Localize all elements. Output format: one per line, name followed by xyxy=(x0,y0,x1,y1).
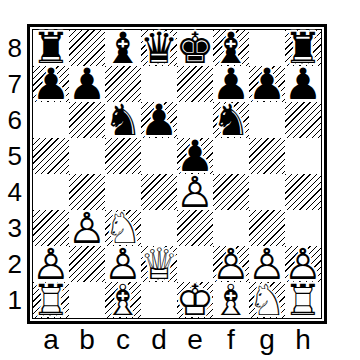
piece-black-knight: ♞ xyxy=(105,102,141,138)
file-label-g: g xyxy=(249,323,285,357)
rank-label-6: 6 xyxy=(0,102,22,138)
piece-halo: ♟ xyxy=(285,246,321,282)
square-g5[interactable] xyxy=(249,138,285,174)
square-b5[interactable] xyxy=(69,138,105,174)
piece-white-pawn: ♙ xyxy=(69,210,105,246)
file-label-a: a xyxy=(33,323,69,357)
square-f7[interactable]: ♟♟ xyxy=(213,66,249,102)
square-c8[interactable]: ♝♝ xyxy=(105,30,141,66)
piece-halo: ♟ xyxy=(141,102,177,138)
square-h5[interactable] xyxy=(285,138,321,174)
piece-halo: ♞ xyxy=(249,282,285,318)
piece-black-rook: ♜ xyxy=(285,30,321,66)
file-label-b: b xyxy=(69,323,105,357)
rank-label-1: 1 xyxy=(0,282,22,318)
rank-label-2: 2 xyxy=(0,246,22,282)
piece-white-pawn: ♙ xyxy=(33,246,69,282)
piece-halo: ♜ xyxy=(33,282,69,318)
square-d3[interactable] xyxy=(141,210,177,246)
piece-halo: ♟ xyxy=(177,174,213,210)
piece-white-bishop: ♗ xyxy=(213,282,249,318)
square-e4[interactable]: ♟♙ xyxy=(177,174,213,210)
file-labels: abcdefgh xyxy=(33,323,321,357)
piece-halo: ♜ xyxy=(33,30,69,66)
rank-label-4: 4 xyxy=(0,174,22,210)
square-b4[interactable] xyxy=(69,174,105,210)
piece-halo: ♝ xyxy=(213,30,249,66)
square-f6[interactable]: ♞♞ xyxy=(213,102,249,138)
square-c1[interactable]: ♝♗ xyxy=(105,282,141,318)
rank-label-7: 7 xyxy=(0,66,22,102)
square-b2[interactable] xyxy=(69,246,105,282)
piece-black-pawn: ♟ xyxy=(213,66,249,102)
rank-labels: 87654321 xyxy=(0,30,22,318)
piece-black-pawn: ♟ xyxy=(33,66,69,102)
piece-halo: ♜ xyxy=(285,30,321,66)
square-e8[interactable]: ♚♚ xyxy=(177,30,213,66)
file-label-f: f xyxy=(213,323,249,357)
square-a1[interactable]: ♜♖ xyxy=(33,282,69,318)
square-d5[interactable] xyxy=(141,138,177,174)
piece-halo: ♟ xyxy=(213,66,249,102)
piece-halo: ♝ xyxy=(213,282,249,318)
square-d6[interactable]: ♟♟ xyxy=(141,102,177,138)
piece-halo: ♝ xyxy=(105,30,141,66)
square-a5[interactable] xyxy=(33,138,69,174)
square-g1[interactable]: ♞♘ xyxy=(249,282,285,318)
square-f4[interactable] xyxy=(213,174,249,210)
piece-white-pawn: ♙ xyxy=(285,246,321,282)
square-e2[interactable] xyxy=(177,246,213,282)
piece-halo: ♝ xyxy=(105,282,141,318)
square-d2[interactable]: ♛♕ xyxy=(141,246,177,282)
piece-halo: ♞ xyxy=(105,102,141,138)
square-d4[interactable] xyxy=(141,174,177,210)
square-h3[interactable] xyxy=(285,210,321,246)
piece-black-pawn: ♟ xyxy=(249,66,285,102)
piece-black-pawn: ♟ xyxy=(141,102,177,138)
square-h1[interactable]: ♜♖ xyxy=(285,282,321,318)
piece-white-pawn: ♙ xyxy=(177,174,213,210)
file-label-h: h xyxy=(285,323,321,357)
square-g6[interactable] xyxy=(249,102,285,138)
piece-white-pawn: ♙ xyxy=(213,246,249,282)
piece-halo: ♚ xyxy=(177,282,213,318)
piece-white-knight: ♘ xyxy=(105,210,141,246)
square-d7[interactable] xyxy=(141,66,177,102)
piece-white-rook: ♖ xyxy=(285,282,321,318)
square-h4[interactable] xyxy=(285,174,321,210)
piece-halo: ♛ xyxy=(141,246,177,282)
rank-label-8: 8 xyxy=(0,30,22,66)
square-b6[interactable] xyxy=(69,102,105,138)
piece-black-pawn: ♟ xyxy=(285,66,321,102)
piece-halo: ♟ xyxy=(69,210,105,246)
piece-halo: ♟ xyxy=(213,246,249,282)
square-a8[interactable]: ♜♜ xyxy=(33,30,69,66)
square-d1[interactable] xyxy=(141,282,177,318)
square-f8[interactable]: ♝♝ xyxy=(213,30,249,66)
piece-halo: ♞ xyxy=(213,102,249,138)
square-e5[interactable]: ♟♟ xyxy=(177,138,213,174)
square-e7[interactable] xyxy=(177,66,213,102)
piece-black-king: ♚ xyxy=(177,30,213,66)
square-c3[interactable]: ♞♘ xyxy=(105,210,141,246)
square-g2[interactable]: ♟♙ xyxy=(249,246,285,282)
piece-white-knight: ♘ xyxy=(249,282,285,318)
square-a4[interactable] xyxy=(33,174,69,210)
piece-white-bishop: ♗ xyxy=(105,282,141,318)
square-c5[interactable] xyxy=(105,138,141,174)
square-f1[interactable]: ♝♗ xyxy=(213,282,249,318)
square-b8[interactable] xyxy=(69,30,105,66)
piece-white-king: ♔ xyxy=(177,282,213,318)
square-h6[interactable] xyxy=(285,102,321,138)
square-d8[interactable]: ♛♛ xyxy=(141,30,177,66)
piece-halo: ♞ xyxy=(105,210,141,246)
square-h7[interactable]: ♟♟ xyxy=(285,66,321,102)
square-g3[interactable] xyxy=(249,210,285,246)
square-g7[interactable]: ♟♟ xyxy=(249,66,285,102)
piece-white-pawn: ♙ xyxy=(105,246,141,282)
square-c4[interactable] xyxy=(105,174,141,210)
square-b7[interactable]: ♟♟ xyxy=(69,66,105,102)
file-label-d: d xyxy=(141,323,177,357)
piece-halo: ♟ xyxy=(177,138,213,174)
square-a3[interactable] xyxy=(33,210,69,246)
piece-white-queen: ♕ xyxy=(141,246,177,282)
square-e3[interactable] xyxy=(177,210,213,246)
piece-halo: ♚ xyxy=(177,30,213,66)
square-c6[interactable]: ♞♞ xyxy=(105,102,141,138)
square-a7[interactable]: ♟♟ xyxy=(33,66,69,102)
piece-black-bishop: ♝ xyxy=(213,30,249,66)
chess-board: ♜♜♝♝♛♛♚♚♝♝♜♜♟♟♟♟♟♟♟♟♟♟♞♞♟♟♞♞♟♟♟♙♟♙♞♘♟♙♟♙… xyxy=(32,29,322,319)
square-e1[interactable]: ♚♔ xyxy=(177,282,213,318)
rank-label-3: 3 xyxy=(0,210,22,246)
piece-white-rook: ♖ xyxy=(33,282,69,318)
square-h2[interactable]: ♟♙ xyxy=(285,246,321,282)
file-label-e: e xyxy=(177,323,213,357)
square-a2[interactable]: ♟♙ xyxy=(33,246,69,282)
square-e6[interactable] xyxy=(177,102,213,138)
chess-diagram: 87654321 ♜♜♝♝♛♛♚♚♝♝♜♜♟♟♟♟♟♟♟♟♟♟♞♞♟♟♞♞♟♟♟… xyxy=(0,0,360,360)
piece-black-pawn: ♟ xyxy=(177,138,213,174)
piece-halo: ♟ xyxy=(285,66,321,102)
piece-black-bishop: ♝ xyxy=(105,30,141,66)
piece-black-queen: ♛ xyxy=(141,30,177,66)
piece-white-pawn: ♙ xyxy=(249,246,285,282)
square-f3[interactable] xyxy=(213,210,249,246)
piece-halo: ♜ xyxy=(285,282,321,318)
piece-halo: ♛ xyxy=(141,30,177,66)
board-frame: ♜♜♝♝♛♛♚♚♝♝♜♜♟♟♟♟♟♟♟♟♟♟♞♞♟♟♞♞♟♟♟♙♟♙♞♘♟♙♟♙… xyxy=(27,24,327,324)
square-g8[interactable] xyxy=(249,30,285,66)
rank-label-5: 5 xyxy=(0,138,22,174)
piece-halo: ♟ xyxy=(249,66,285,102)
square-b1[interactable] xyxy=(69,282,105,318)
square-b3[interactable]: ♟♙ xyxy=(69,210,105,246)
square-h8[interactable]: ♜♜ xyxy=(285,30,321,66)
piece-halo: ♟ xyxy=(249,246,285,282)
piece-halo: ♟ xyxy=(105,246,141,282)
square-c7[interactable] xyxy=(105,66,141,102)
square-f5[interactable] xyxy=(213,138,249,174)
file-label-c: c xyxy=(105,323,141,357)
piece-black-pawn: ♟ xyxy=(69,66,105,102)
square-a6[interactable] xyxy=(33,102,69,138)
square-f2[interactable]: ♟♙ xyxy=(213,246,249,282)
piece-black-rook: ♜ xyxy=(33,30,69,66)
square-c2[interactable]: ♟♙ xyxy=(105,246,141,282)
piece-halo: ♟ xyxy=(33,66,69,102)
piece-halo: ♟ xyxy=(33,246,69,282)
piece-black-knight: ♞ xyxy=(213,102,249,138)
piece-halo: ♟ xyxy=(69,66,105,102)
square-g4[interactable] xyxy=(249,174,285,210)
